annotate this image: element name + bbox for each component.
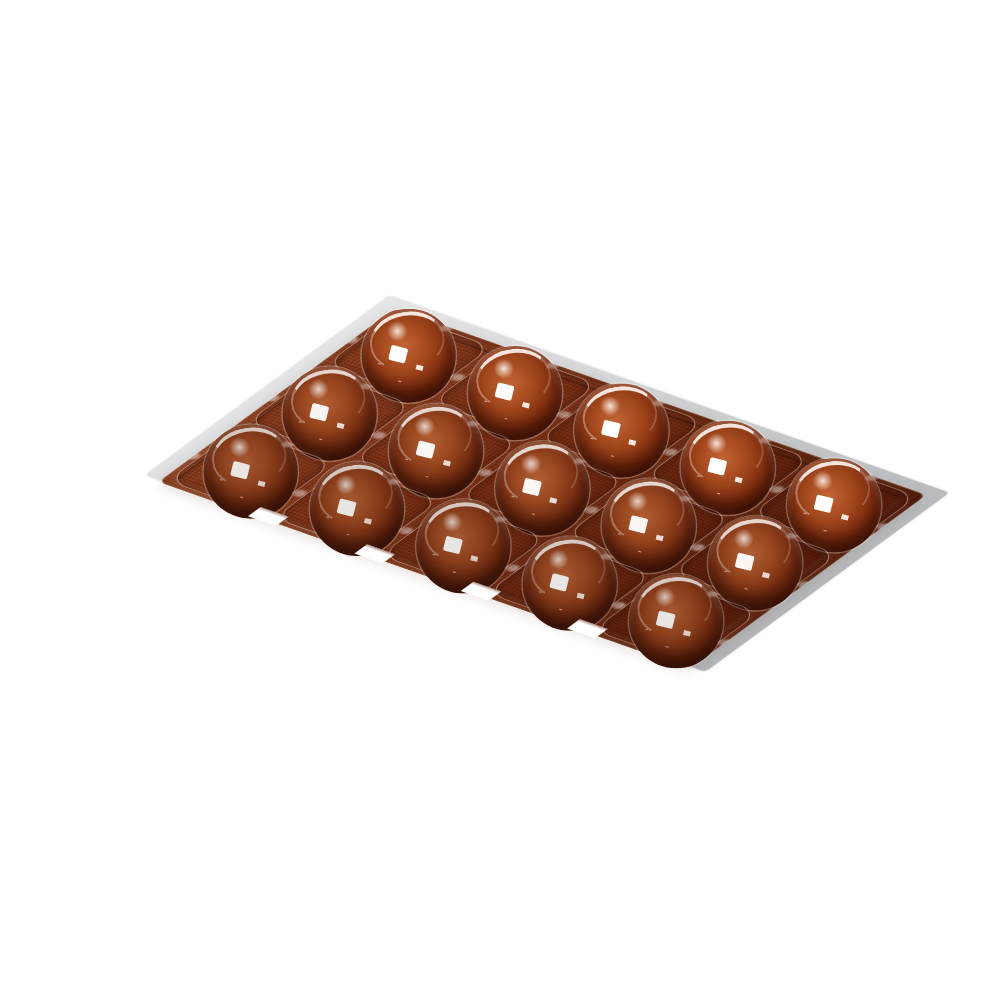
- blister-tray: [158, 308, 927, 669]
- product-photo: [40, 16, 1000, 1000]
- cavity-grid: [158, 308, 927, 669]
- tray-base-flange: [158, 308, 927, 669]
- dome-bubble: [629, 574, 723, 668]
